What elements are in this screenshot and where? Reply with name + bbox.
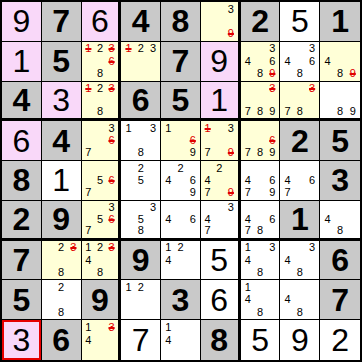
- cell-r8c3[interactable]: 9: [82, 280, 122, 320]
- candidate-grid: 367: [83, 122, 118, 159]
- candidate-slot-empty: [202, 162, 214, 174]
- candidate-slot-empty: [254, 174, 266, 186]
- candidate-grid: 123: [122, 43, 159, 80]
- solved-digit: 3: [52, 84, 70, 116]
- candidate-slot-empty: [43, 266, 55, 278]
- candidate-1-eliminated: 1: [83, 43, 95, 55]
- candidate-slot-empty: [281, 266, 293, 278]
- candidate-slot-empty: [122, 306, 134, 318]
- solved-digit: 5: [291, 5, 309, 37]
- cell-r1c3[interactable]: 6: [82, 2, 122, 42]
- candidate-slot-empty: [147, 135, 159, 147]
- given-digit: 9: [132, 244, 150, 276]
- candidate-grid: 89: [321, 83, 359, 118]
- cell-r9c8[interactable]: 9: [280, 320, 320, 360]
- candidate-8: 8: [294, 106, 306, 118]
- candidate-slot-empty: [306, 254, 318, 266]
- candidate-9: 9: [266, 106, 278, 118]
- candidate-9-eliminated: 9: [225, 147, 237, 159]
- candidate-grid: 138: [122, 122, 159, 159]
- candidate-grid: 25: [122, 162, 159, 199]
- candidate-grid: 12368: [83, 43, 118, 80]
- candidate-5: 5: [94, 213, 106, 225]
- candidate-slot-empty: [106, 187, 118, 199]
- candidate-4: 4: [242, 213, 254, 225]
- candidate-3: 3: [266, 43, 278, 55]
- candidate-grid: 34689: [242, 43, 279, 80]
- candidate-slot-empty: [94, 135, 106, 147]
- candidate-slot-empty: [43, 306, 55, 318]
- candidate-7: 7: [242, 225, 254, 237]
- candidate-slot-empty: [174, 187, 186, 199]
- solved-digit: 5: [210, 244, 228, 276]
- candidate-slot-empty: [281, 242, 293, 254]
- cell-r2c1[interactable]: 1: [2, 42, 42, 82]
- candidate-slot-empty: [266, 94, 278, 106]
- candidate-8: 8: [254, 147, 266, 159]
- cell-r3c3[interactable]: 1238: [82, 82, 122, 122]
- candidate-grid: 39: [202, 3, 237, 40]
- candidate-slot-empty: [306, 106, 318, 118]
- candidate-slot-empty: [334, 213, 347, 225]
- solved-digit: 9: [210, 45, 228, 77]
- candidate-2: 2: [174, 162, 186, 174]
- candidate-2: 2: [135, 43, 147, 55]
- cell-r4c7[interactable]: 6789: [241, 121, 281, 161]
- candidate-slot-empty: [162, 202, 174, 214]
- cell-r4c2[interactable]: 4: [42, 121, 82, 161]
- candidate-slot-empty: [266, 202, 278, 214]
- candidate-5: 5: [94, 174, 106, 186]
- given-digit: 2: [291, 125, 309, 157]
- candidate-slot-empty: [147, 306, 159, 318]
- candidate-slot-empty: [334, 55, 347, 67]
- candidate-grid: 3789: [242, 83, 279, 118]
- candidate-slot-empty: [266, 162, 278, 174]
- candidate-slot-empty: [242, 266, 254, 278]
- candidate-slot-empty: [202, 3, 214, 15]
- candidate-7: 7: [202, 187, 214, 199]
- given-digit: 8: [210, 324, 228, 356]
- candidate-8: 8: [94, 266, 106, 278]
- candidate-slot-empty: [254, 254, 266, 266]
- candidate-slot-empty: [83, 266, 95, 278]
- cell-r2c3[interactable]: 12368: [82, 42, 122, 82]
- candidate-slot-empty: [162, 266, 174, 278]
- cell-r6c4[interactable]: 358: [121, 201, 161, 241]
- candidate-5: 5: [135, 213, 147, 225]
- cell-r8c8[interactable]: 48: [280, 280, 320, 320]
- candidate-slot-empty: [135, 55, 147, 67]
- candidate-slot-empty: [306, 187, 318, 199]
- solved-digit: 7: [132, 324, 150, 356]
- candidate-3-eliminated: 3: [106, 242, 118, 254]
- solved-digit: 6: [12, 125, 30, 157]
- candidate-slot-empty: [254, 43, 266, 55]
- candidate-grid: 467: [281, 162, 318, 199]
- cell-r7c4[interactable]: 9: [121, 241, 161, 281]
- cell-r7c1[interactable]: 7: [2, 241, 42, 281]
- cell-r1c2[interactable]: 7: [42, 2, 82, 42]
- candidate-slot-empty: [254, 135, 266, 147]
- cell-r9c4[interactable]: 7: [121, 320, 161, 360]
- cell-r7c7[interactable]: 1348: [241, 241, 281, 281]
- candidate-slot-empty: [306, 306, 318, 318]
- cell-r3c9[interactable]: 89: [320, 82, 360, 122]
- candidate-6-eliminated: 6: [106, 135, 118, 147]
- candidate-6: 6: [187, 174, 199, 186]
- cell-r5c9[interactable]: 3: [320, 161, 360, 201]
- candidate-6-eliminated: 6: [106, 55, 118, 67]
- candidate-slot-empty: [346, 83, 359, 95]
- candidate-slot-empty: [83, 55, 95, 67]
- candidate-slot-empty: [147, 55, 159, 67]
- cell-r8c7[interactable]: 148: [241, 280, 281, 320]
- candidate-slot-empty: [306, 162, 318, 174]
- candidate-2: 2: [55, 242, 67, 254]
- candidate-slot-empty: [321, 225, 334, 237]
- candidate-3: 3: [306, 242, 318, 254]
- candidate-8: 8: [294, 67, 306, 79]
- cell-r7c8[interactable]: 348: [280, 241, 320, 281]
- cell-r7c5[interactable]: 124: [161, 241, 201, 281]
- solved-digit: 1: [210, 84, 228, 116]
- candidate-6: 6: [306, 174, 318, 186]
- candidate-slot-empty: [202, 135, 214, 147]
- given-digit: 5: [172, 84, 190, 116]
- cell-r4c8[interactable]: 2: [280, 121, 320, 161]
- candidate-1: 1: [162, 122, 174, 134]
- candidate-slot-empty: [254, 213, 266, 225]
- candidate-slot-empty: [83, 122, 95, 134]
- candidate-slot-empty: [281, 306, 293, 318]
- cell-r6c3[interactable]: 3567: [82, 201, 122, 241]
- candidate-grid: 1238: [83, 83, 118, 118]
- cell-r2c8[interactable]: 3468: [280, 42, 320, 82]
- cell-r1c5[interactable]: 8: [161, 2, 201, 42]
- cell-r9c1[interactable]: 3: [2, 320, 42, 360]
- candidate-slot-empty: [162, 162, 174, 174]
- cell-r8c4[interactable]: 12: [121, 280, 161, 320]
- candidate-slot-empty: [43, 254, 55, 266]
- candidate-grid: 134: [83, 321, 118, 359]
- candidate-slot-empty: [225, 162, 237, 174]
- candidate-4: 4: [162, 213, 174, 225]
- cell-r8c5[interactable]: 3: [161, 280, 201, 320]
- cell-r1c8[interactable]: 5: [280, 2, 320, 42]
- cell-r3c8[interactable]: 378: [280, 82, 320, 122]
- candidate-3-eliminated: 3: [266, 83, 278, 95]
- candidate-slot-empty: [83, 213, 95, 225]
- cell-r7c6[interactable]: 5: [201, 241, 241, 281]
- candidate-3: 3: [147, 43, 159, 55]
- given-digit: 5: [331, 125, 349, 157]
- candidate-slot-empty: [213, 135, 225, 147]
- candidate-3-eliminated: 3: [67, 242, 79, 254]
- candidate-8: 8: [334, 225, 347, 237]
- cell-r7c9[interactable]: 6: [320, 241, 360, 281]
- cell-r5c6[interactable]: 2479: [201, 161, 241, 201]
- candidate-slot-empty: [122, 55, 134, 67]
- candidate-4: 4: [321, 55, 334, 67]
- cell-r6c2[interactable]: 9: [42, 201, 82, 241]
- candidate-grid: 48: [321, 202, 359, 237]
- candidate-slot-empty: [43, 242, 55, 254]
- candidate-slot-empty: [122, 225, 134, 237]
- candidate-slot-empty: [202, 202, 214, 214]
- cell-r9c5[interactable]: 14: [161, 320, 201, 360]
- cell-r8c1[interactable]: 5: [2, 280, 42, 320]
- cell-r3c2[interactable]: 3: [42, 82, 82, 122]
- candidate-8: 8: [135, 225, 147, 237]
- cell-r9c9[interactable]: 2: [320, 320, 360, 360]
- sudoku-board: 9764839251151236812379346893468489431238…: [0, 0, 362, 362]
- cell-r6c1[interactable]: 2: [2, 201, 42, 241]
- candidate-grid: 2469: [162, 162, 199, 199]
- candidate-slot-empty: [254, 242, 266, 254]
- given-digit: 2: [12, 203, 30, 235]
- candidate-slot-empty: [225, 135, 237, 147]
- candidate-8: 8: [55, 266, 67, 278]
- candidate-slot-empty: [187, 225, 199, 237]
- candidate-slot-empty: [225, 225, 237, 237]
- cell-r9c3[interactable]: 134: [82, 320, 122, 360]
- cell-r6c6[interactable]: 347: [201, 201, 241, 241]
- candidate-slot-empty: [213, 28, 225, 40]
- candidate-slot-empty: [94, 162, 106, 174]
- cell-r4c6[interactable]: 1379: [201, 121, 241, 161]
- candidate-3-eliminated: 3: [306, 83, 318, 95]
- candidate-grid: 348: [281, 242, 318, 279]
- candidate-slot-empty: [254, 94, 266, 106]
- given-digit: 7: [331, 284, 349, 316]
- candidate-slot-empty: [55, 294, 67, 306]
- candidate-slot-empty: [334, 43, 347, 55]
- cell-r3c5[interactable]: 5: [161, 82, 201, 122]
- candidate-6: 6: [266, 55, 278, 67]
- solved-digit: 6: [210, 284, 228, 316]
- cell-r1c1[interactable]: 9: [2, 2, 42, 42]
- candidate-slot-empty: [346, 213, 359, 225]
- candidate-6-eliminated: 6: [106, 174, 118, 186]
- candidate-grid: 4678: [242, 202, 279, 237]
- cell-r9c6[interactable]: 8: [201, 320, 241, 360]
- candidate-grid: 6789: [242, 122, 279, 159]
- candidate-slot-empty: [94, 187, 106, 199]
- candidate-slot-empty: [94, 346, 106, 359]
- cell-r1c9[interactable]: 1: [320, 2, 360, 42]
- cell-r5c5[interactable]: 2469: [161, 161, 201, 201]
- cell-r4c1[interactable]: 6: [2, 121, 42, 161]
- candidate-slot-empty: [254, 202, 266, 214]
- candidate-slot-empty: [266, 225, 278, 237]
- cell-r1c7[interactable]: 2: [241, 2, 281, 42]
- candidate-slot-empty: [135, 294, 147, 306]
- candidate-slot-empty: [67, 266, 79, 278]
- candidate-slot-empty: [106, 334, 118, 347]
- given-digit: 7: [52, 5, 70, 37]
- candidate-slot-empty: [306, 266, 318, 278]
- candidate-slot-empty: [122, 135, 134, 147]
- candidate-slot-empty: [334, 94, 347, 106]
- candidate-2: 2: [94, 83, 106, 95]
- candidate-3-eliminated: 3: [106, 43, 118, 55]
- candidate-slot-empty: [122, 162, 134, 174]
- candidate-3: 3: [106, 122, 118, 134]
- candidate-grid: 1379: [202, 122, 237, 159]
- cell-r3c6[interactable]: 1: [201, 82, 241, 122]
- cell-r7c3[interactable]: 12348: [82, 241, 122, 281]
- cell-r7c2[interactable]: 238: [42, 241, 82, 281]
- candidate-4: 4: [281, 254, 293, 266]
- candidate-slot-empty: [174, 346, 186, 359]
- cell-r2c9[interactable]: 489: [320, 42, 360, 82]
- candidate-1-eliminated: 1: [122, 43, 134, 55]
- candidate-4: 4: [83, 254, 95, 266]
- cell-r8c9[interactable]: 7: [320, 280, 360, 320]
- cell-r5c2[interactable]: 1: [42, 161, 82, 201]
- candidate-8: 8: [55, 306, 67, 318]
- candidate-3: 3: [225, 122, 237, 134]
- cell-r3c4[interactable]: 6: [121, 82, 161, 122]
- candidate-slot-empty: [147, 67, 159, 79]
- candidate-slot-empty: [174, 321, 186, 334]
- cell-r8c2[interactable]: 28: [42, 280, 82, 320]
- candidate-4: 4: [281, 55, 293, 67]
- candidate-grid: 238: [43, 242, 80, 279]
- candidate-slot-empty: [174, 334, 186, 347]
- cell-r1c4[interactable]: 4: [121, 2, 161, 42]
- cell-r2c2[interactable]: 5: [42, 42, 82, 82]
- given-digit: 6: [331, 244, 349, 276]
- cell-r3c1[interactable]: 4: [2, 82, 42, 122]
- cell-r5c1[interactable]: 8: [2, 161, 42, 201]
- candidate-8: 8: [94, 67, 106, 79]
- candidate-slot-empty: [294, 242, 306, 254]
- cell-r2c5[interactable]: 7: [161, 42, 201, 82]
- candidate-slot-empty: [334, 83, 347, 95]
- candidate-slot-empty: [306, 281, 318, 293]
- cell-r2c4[interactable]: 123: [121, 42, 161, 82]
- candidate-3: 3: [147, 202, 159, 214]
- candidate-7: 7: [83, 225, 95, 237]
- cell-r9c2[interactable]: 6: [42, 320, 82, 360]
- candidate-slot-empty: [294, 281, 306, 293]
- candidate-slot-empty: [346, 43, 359, 55]
- candidate-9: 9: [187, 187, 199, 199]
- solved-digit: 1: [52, 164, 70, 196]
- cell-r2c6[interactable]: 9: [201, 42, 241, 82]
- candidate-6-eliminated: 6: [187, 135, 199, 147]
- cell-r4c3[interactable]: 367: [82, 121, 122, 161]
- candidate-slot-empty: [174, 213, 186, 225]
- candidate-slot-empty: [122, 174, 134, 186]
- candidate-slot-empty: [174, 266, 186, 278]
- candidate-grid: 169: [162, 122, 199, 159]
- cell-r9c7[interactable]: 5: [241, 320, 281, 360]
- candidate-slot-empty: [83, 174, 95, 186]
- candidate-slot-empty: [294, 94, 306, 106]
- candidate-grid: 347: [202, 202, 237, 237]
- solved-digit: 3: [12, 324, 30, 356]
- candidate-slot-empty: [213, 122, 225, 134]
- candidate-slot-empty: [147, 162, 159, 174]
- cell-r5c3[interactable]: 567: [82, 161, 122, 201]
- candidate-slot-empty: [162, 225, 174, 237]
- candidate-slot-empty: [106, 106, 118, 118]
- candidate-slot-empty: [242, 122, 254, 134]
- candidate-slot-empty: [174, 202, 186, 214]
- candidate-slot-empty: [174, 225, 186, 237]
- candidate-slot-empty: [135, 122, 147, 134]
- candidate-slot-empty: [122, 213, 134, 225]
- candidate-4: 4: [281, 174, 293, 186]
- cell-r8c6[interactable]: 6: [201, 280, 241, 320]
- cell-r6c7[interactable]: 4678: [241, 201, 281, 241]
- candidate-slot-empty: [254, 281, 266, 293]
- cell-r1c6[interactable]: 39: [201, 2, 241, 42]
- candidate-slot-empty: [213, 174, 225, 186]
- candidate-slot-empty: [174, 122, 186, 134]
- candidate-slot-empty: [281, 43, 293, 55]
- candidate-slot-empty: [135, 187, 147, 199]
- candidate-slot-empty: [187, 254, 199, 266]
- given-digit: 2: [251, 5, 269, 37]
- cell-r5c8[interactable]: 467: [280, 161, 320, 201]
- candidate-8: 8: [254, 67, 266, 79]
- candidate-slot-empty: [94, 202, 106, 214]
- candidate-6: 6: [266, 174, 278, 186]
- candidate-9: 9: [187, 147, 199, 159]
- candidate-slot-empty: [346, 94, 359, 106]
- candidate-slot-empty: [266, 306, 278, 318]
- candidate-grid: 28: [43, 281, 80, 318]
- candidate-grid: 12348: [83, 242, 118, 279]
- cell-r3c7[interactable]: 3789: [241, 82, 281, 122]
- candidate-slot-empty: [106, 266, 118, 278]
- cell-r6c8[interactable]: 1: [280, 201, 320, 241]
- candidate-6-eliminated: 6: [106, 213, 118, 225]
- candidate-slot-empty: [254, 162, 266, 174]
- candidate-7: 7: [281, 187, 293, 199]
- candidate-4: 4: [162, 254, 174, 266]
- given-digit: 9: [52, 203, 70, 235]
- candidate-slot-empty: [242, 306, 254, 318]
- cell-r6c9[interactable]: 48: [320, 201, 360, 241]
- candidate-9: 9: [346, 106, 359, 118]
- candidate-slot-empty: [281, 281, 293, 293]
- candidate-slot-empty: [254, 83, 266, 95]
- candidate-grid: 124: [162, 242, 199, 279]
- candidate-slot-empty: [83, 346, 95, 359]
- candidate-8: 8: [254, 266, 266, 278]
- cell-r4c9[interactable]: 5: [320, 121, 360, 161]
- cell-r6c5[interactable]: 46: [161, 201, 201, 241]
- cell-r5c7[interactable]: 4679: [241, 161, 281, 201]
- cell-r2c7[interactable]: 34689: [241, 42, 281, 82]
- candidate-slot-empty: [294, 83, 306, 95]
- cell-r5c4[interactable]: 25: [121, 161, 161, 201]
- candidate-grid: 358: [122, 202, 159, 237]
- given-digit: 8: [172, 5, 190, 37]
- given-digit: 5: [12, 284, 30, 316]
- candidate-slot-empty: [321, 43, 334, 55]
- candidate-slot-empty: [67, 306, 79, 318]
- given-digit: 3: [331, 164, 349, 196]
- cell-r4c4[interactable]: 138: [121, 121, 161, 161]
- candidate-slot-empty: [294, 43, 306, 55]
- cell-r4c5[interactable]: 169: [161, 121, 201, 161]
